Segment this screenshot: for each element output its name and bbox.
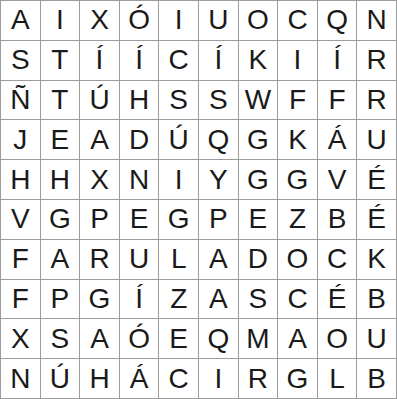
grid-cell[interactable]: Ñ (1, 81, 40, 120)
grid-cell[interactable]: S (1, 41, 40, 80)
grid-cell[interactable]: D (239, 240, 278, 279)
grid-cell[interactable]: N (357, 1, 396, 40)
grid-cell[interactable]: Í (80, 41, 119, 80)
grid-cell[interactable]: I (278, 41, 317, 80)
grid-cell[interactable]: Ó (120, 1, 159, 40)
grid-cell[interactable]: N (1, 359, 40, 398)
grid-cell[interactable]: D (120, 120, 159, 159)
grid-cell[interactable]: J (1, 120, 40, 159)
grid-cell[interactable]: P (199, 200, 238, 239)
grid-cell[interactable]: S (159, 81, 198, 120)
grid-cell[interactable]: C (278, 1, 317, 40)
grid-cell[interactable]: G (278, 359, 317, 398)
grid-cell[interactable]: B (357, 280, 396, 319)
grid-cell[interactable]: I (159, 1, 198, 40)
grid-cell[interactable]: B (318, 200, 357, 239)
grid-cell[interactable]: T (41, 41, 80, 80)
grid-cell[interactable]: F (278, 81, 317, 120)
grid-cell[interactable]: G (159, 200, 198, 239)
grid-cell[interactable]: B (357, 359, 396, 398)
grid-cell[interactable]: I (159, 160, 198, 199)
grid-cell[interactable]: F (1, 280, 40, 319)
grid-cell[interactable]: Z (159, 280, 198, 319)
grid-cell[interactable]: Í (120, 41, 159, 80)
grid-cell[interactable]: H (120, 81, 159, 120)
grid-cell[interactable]: P (80, 200, 119, 239)
grid-cell[interactable]: X (1, 319, 40, 358)
grid-cell[interactable]: K (357, 240, 396, 279)
grid-cell[interactable]: R (239, 359, 278, 398)
grid-cell[interactable]: A (80, 120, 119, 159)
grid-cell[interactable]: N (120, 160, 159, 199)
grid-cell[interactable]: O (318, 319, 357, 358)
grid-cell[interactable]: G (239, 160, 278, 199)
grid-cell[interactable]: S (199, 81, 238, 120)
grid-cell[interactable]: Ú (80, 81, 119, 120)
grid-cell[interactable]: L (318, 359, 357, 398)
grid-cell[interactable]: Ú (41, 359, 80, 398)
grid-cell[interactable]: A (41, 240, 80, 279)
grid-cell[interactable]: X (80, 160, 119, 199)
grid-cell[interactable]: R (357, 41, 396, 80)
grid-cell[interactable]: C (159, 41, 198, 80)
grid-cell[interactable]: O (278, 240, 317, 279)
grid-cell[interactable]: C (278, 280, 317, 319)
grid-cell[interactable]: C (318, 240, 357, 279)
grid-cell[interactable]: E (41, 120, 80, 159)
grid-cell[interactable]: P (41, 280, 80, 319)
grid-cell[interactable]: H (80, 359, 119, 398)
grid-cell[interactable]: F (318, 81, 357, 120)
grid-cell[interactable]: É (357, 160, 396, 199)
grid-cell[interactable]: Q (318, 1, 357, 40)
grid-cell[interactable]: V (318, 160, 357, 199)
grid-cell[interactable]: G (80, 280, 119, 319)
grid-cell[interactable]: R (80, 240, 119, 279)
grid-cell[interactable]: S (41, 319, 80, 358)
grid-cell[interactable]: U (357, 120, 396, 159)
grid-cell[interactable]: H (41, 160, 80, 199)
grid-cell[interactable]: W (239, 81, 278, 120)
grid-cell[interactable]: E (120, 200, 159, 239)
grid-cell[interactable]: I (41, 1, 80, 40)
grid-cell[interactable]: G (41, 200, 80, 239)
grid-cell[interactable]: V (1, 200, 40, 239)
grid-cell[interactable]: O (239, 1, 278, 40)
grid-cell[interactable]: F (1, 240, 40, 279)
grid-cell[interactable]: H (1, 160, 40, 199)
grid-cell[interactable]: Z (278, 200, 317, 239)
grid-cell[interactable]: Á (318, 120, 357, 159)
grid-cell[interactable]: A (199, 280, 238, 319)
grid-cell[interactable]: G (239, 120, 278, 159)
grid-cell[interactable]: Q (199, 319, 238, 358)
grid-cell[interactable]: X (80, 1, 119, 40)
grid-cell[interactable]: G (278, 160, 317, 199)
grid-cell[interactable]: U (120, 240, 159, 279)
grid-cell[interactable]: Í (318, 41, 357, 80)
grid-cell[interactable]: Í (199, 41, 238, 80)
grid-cell[interactable]: Í (120, 280, 159, 319)
grid-cell[interactable]: E (159, 319, 198, 358)
grid-cell[interactable]: R (357, 81, 396, 120)
grid-cell[interactable]: E (239, 200, 278, 239)
word-search-grid: AIXÓIUOCQNSTÍÍCÍKIÍRÑTÚHSSWFFRJEADÚQGKÁU… (0, 0, 397, 399)
grid-cell[interactable]: É (357, 200, 396, 239)
grid-cell[interactable]: K (239, 41, 278, 80)
grid-cell[interactable]: Y (199, 160, 238, 199)
grid-cell[interactable]: L (159, 240, 198, 279)
grid-cell[interactable]: U (199, 1, 238, 40)
grid-cell[interactable]: Q (199, 120, 238, 159)
grid-cell[interactable]: K (278, 120, 317, 159)
grid-cell[interactable]: U (357, 319, 396, 358)
grid-cell[interactable]: Á (120, 359, 159, 398)
grid-cell[interactable]: S (239, 280, 278, 319)
grid-cell[interactable]: A (80, 319, 119, 358)
grid-cell[interactable]: T (41, 81, 80, 120)
grid-cell[interactable]: A (278, 319, 317, 358)
grid-cell[interactable]: I (199, 359, 238, 398)
grid-cell[interactable]: A (199, 240, 238, 279)
grid-cell[interactable]: Ó (120, 319, 159, 358)
grid-cell[interactable]: C (159, 359, 198, 398)
grid-cell[interactable]: M (239, 319, 278, 358)
grid-cell[interactable]: É (318, 280, 357, 319)
grid-cell[interactable]: A (1, 1, 40, 40)
grid-cell[interactable]: Ú (159, 120, 198, 159)
